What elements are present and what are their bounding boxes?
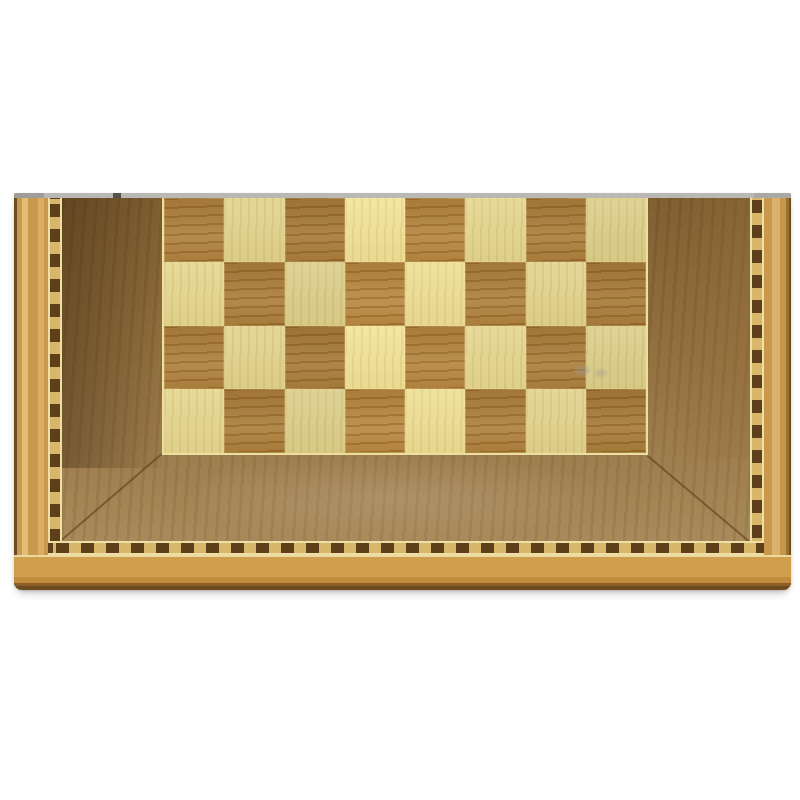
board-square — [526, 262, 586, 326]
outer-rim-bottom — [14, 555, 791, 590]
board-square — [405, 262, 465, 326]
board-square — [465, 326, 525, 390]
board-square — [164, 389, 224, 453]
inlay-border-bottom — [48, 541, 764, 555]
board-square — [465, 262, 525, 326]
chessboard — [14, 193, 791, 590]
board-square — [224, 198, 284, 262]
board-square — [586, 326, 646, 390]
board-square — [465, 198, 525, 262]
board-square — [345, 326, 405, 390]
board-square — [526, 198, 586, 262]
board-square — [345, 198, 405, 262]
board-square — [285, 198, 345, 262]
board-square — [285, 262, 345, 326]
surface-blemish — [595, 369, 607, 377]
board-square — [465, 389, 525, 453]
board-square — [224, 326, 284, 390]
board-square — [586, 198, 646, 262]
board-square — [224, 389, 284, 453]
outer-rim-right — [764, 198, 791, 590]
inlay-border-left — [48, 198, 62, 541]
surface-blemish — [574, 366, 590, 375]
playing-area — [162, 198, 648, 455]
board-square — [164, 198, 224, 262]
board-square — [526, 326, 586, 390]
board-square — [405, 198, 465, 262]
board-square — [285, 326, 345, 390]
board-square — [586, 262, 646, 326]
outer-rim-left — [14, 198, 48, 590]
board-square — [345, 262, 405, 326]
board-square — [164, 326, 224, 390]
walnut-shade-right — [655, 198, 750, 458]
walnut-shade-left — [62, 198, 167, 468]
board-square — [526, 389, 586, 453]
inlay-border-right — [750, 198, 764, 541]
walnut-sheen — [202, 453, 622, 543]
board-square — [586, 389, 646, 453]
board-square — [405, 389, 465, 453]
board-square — [224, 262, 284, 326]
product-photo — [0, 0, 800, 800]
board-square — [345, 389, 405, 453]
board-square — [285, 389, 345, 453]
board-square — [164, 262, 224, 326]
board-square — [405, 326, 465, 390]
